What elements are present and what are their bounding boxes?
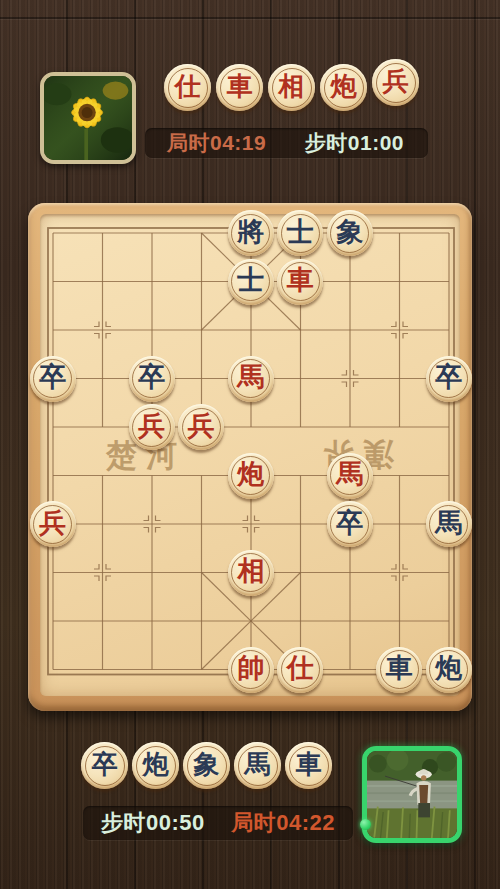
captured-black-chariot: 車 <box>285 742 332 789</box>
piece-black-advisor[interactable]: 士 <box>228 259 274 305</box>
captured-piece-character: 象 <box>194 752 220 778</box>
top-game-timer: 局时04:19 <box>167 129 266 157</box>
piece-character: 車 <box>287 267 314 294</box>
piece-red-horse[interactable]: 馬 <box>228 356 274 402</box>
bottom-captured-tray: 卒炮象馬車 <box>81 742 332 789</box>
top-player-avatar[interactable] <box>40 72 136 164</box>
piece-character: 士 <box>237 267 264 294</box>
piece-character: 炮 <box>435 655 462 682</box>
captured-piece-character: 相 <box>279 74 305 100</box>
bottom-game-timer: 局时04:22 <box>231 808 335 838</box>
piece-character: 帥 <box>237 655 264 682</box>
piece-black-chariot[interactable]: 車 <box>376 647 422 693</box>
piece-character: 兵 <box>138 413 165 440</box>
piece-red-chariot[interactable]: 車 <box>277 259 323 305</box>
piece-character: 卒 <box>336 510 363 537</box>
piece-red-advisor[interactable]: 仕 <box>277 647 323 693</box>
piece-red-soldier[interactable]: 兵 <box>30 501 76 547</box>
piece-black-soldier[interactable]: 卒 <box>426 356 472 402</box>
piece-black-soldier[interactable]: 卒 <box>129 356 175 402</box>
wood-plank-seam <box>0 17 500 19</box>
captured-black-cannon: 炮 <box>132 742 179 789</box>
captured-red-chariot: 車 <box>216 64 263 111</box>
fisherman-photo <box>367 751 457 838</box>
captured-piece-character: 卒 <box>92 752 118 778</box>
piece-character: 兵 <box>39 510 66 537</box>
piece-character: 相 <box>237 558 264 585</box>
piece-black-soldier[interactable]: 卒 <box>30 356 76 402</box>
captured-piece-character: 車 <box>227 74 253 100</box>
bottom-timer-bar: 步时00:50 局时04:22 <box>83 806 353 840</box>
captured-red-advisor: 仕 <box>164 64 211 111</box>
piece-character: 士 <box>287 219 314 246</box>
piece-character: 卒 <box>435 364 462 391</box>
online-indicator <box>360 819 371 830</box>
piece-character: 仕 <box>287 655 314 682</box>
piece-character: 炮 <box>237 461 264 488</box>
captured-piece-character: 炮 <box>331 74 357 100</box>
piece-red-general[interactable]: 帥 <box>228 647 274 693</box>
piece-character: 卒 <box>138 364 165 391</box>
piece-character: 兵 <box>188 413 215 440</box>
captured-piece-character: 炮 <box>143 752 169 778</box>
piece-red-soldier[interactable]: 兵 <box>178 404 224 450</box>
captured-red-cannon: 炮 <box>320 64 367 111</box>
top-move-timer: 步时01:00 <box>305 129 404 157</box>
captured-black-elephant: 象 <box>183 742 230 789</box>
piece-black-elephant[interactable]: 象 <box>327 210 373 256</box>
pieces-layer: 將士象士車卒卒馬卒兵兵炮馬兵卒馬相帥仕車炮 <box>28 209 474 694</box>
top-timer-bar: 局时04:19 步时01:00 <box>145 128 428 158</box>
piece-red-soldier[interactable]: 兵 <box>129 404 175 450</box>
piece-character: 馬 <box>435 510 462 537</box>
bottom-player-avatar[interactable] <box>362 746 462 843</box>
piece-character: 馬 <box>237 364 264 391</box>
piece-red-horse[interactable]: 馬 <box>327 453 373 499</box>
captured-piece-character: 兵 <box>383 69 409 95</box>
captured-black-horse: 馬 <box>234 742 281 789</box>
captured-red-soldier: 兵 <box>372 59 419 106</box>
piece-black-soldier[interactable]: 卒 <box>327 501 373 547</box>
piece-character: 車 <box>386 655 413 682</box>
piece-red-cannon[interactable]: 炮 <box>228 453 274 499</box>
captured-black-soldier: 卒 <box>81 742 128 789</box>
bottom-move-timer: 步时00:50 <box>101 808 205 838</box>
app-background: 仕車相炮兵 局时04:19 步时01:00 楚河 漢界 將士象士車卒卒馬卒兵兵炮… <box>0 0 500 889</box>
piece-character: 將 <box>237 219 264 246</box>
top-captured-tray: 仕車相炮兵 <box>164 64 419 111</box>
captured-red-elephant: 相 <box>268 64 315 111</box>
sunflower-photo <box>44 76 132 160</box>
piece-character: 卒 <box>39 364 66 391</box>
captured-piece-character: 仕 <box>175 74 201 100</box>
captured-piece-character: 車 <box>296 752 322 778</box>
piece-character: 象 <box>336 219 363 246</box>
captured-piece-character: 馬 <box>245 752 271 778</box>
piece-character: 馬 <box>336 461 363 488</box>
piece-black-cannon[interactable]: 炮 <box>426 647 472 693</box>
piece-black-horse[interactable]: 馬 <box>426 501 472 547</box>
piece-black-general[interactable]: 將 <box>228 210 274 256</box>
piece-black-advisor[interactable]: 士 <box>277 210 323 256</box>
piece-red-elephant[interactable]: 相 <box>228 550 274 596</box>
